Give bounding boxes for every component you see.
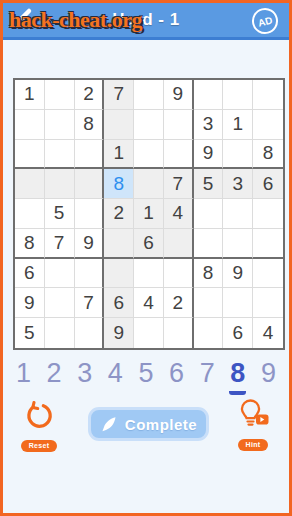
- cell-r5c3[interactable]: [75, 199, 105, 229]
- cell-r5c4[interactable]: 2: [104, 199, 134, 229]
- cell-r6c4[interactable]: [104, 229, 134, 259]
- cell-r1c4[interactable]: 7: [104, 80, 134, 110]
- cell-r6c9[interactable]: [253, 229, 283, 259]
- cell-r2c4[interactable]: [104, 110, 134, 140]
- cell-r7c8[interactable]: 9: [223, 259, 253, 289]
- pad-digit-7[interactable]: 7: [199, 360, 216, 395]
- cell-r4c5[interactable]: [134, 169, 164, 199]
- cell-r1c6[interactable]: 9: [164, 80, 194, 110]
- number-pad: 123456789: [15, 358, 277, 396]
- cell-r5c6[interactable]: 4: [164, 199, 194, 229]
- cell-r9c5[interactable]: [134, 318, 164, 348]
- cell-r6c7[interactable]: [194, 229, 224, 259]
- cell-r4c6[interactable]: 7: [164, 169, 194, 199]
- cell-r8c3[interactable]: 7: [75, 288, 105, 318]
- cell-r2c7[interactable]: 3: [194, 110, 224, 140]
- cell-r3c8[interactable]: [223, 140, 253, 170]
- cell-r2c9[interactable]: [253, 110, 283, 140]
- cell-r9c3[interactable]: [75, 318, 105, 348]
- cell-r3c3[interactable]: [75, 140, 105, 170]
- cell-r4c4[interactable]: 8: [104, 169, 134, 199]
- cell-r6c5[interactable]: 6: [134, 229, 164, 259]
- cell-r7c7[interactable]: 8: [194, 259, 224, 289]
- cell-r8c5[interactable]: 4: [134, 288, 164, 318]
- cell-r4c1[interactable]: [15, 169, 45, 199]
- cell-r6c2[interactable]: 7: [45, 229, 75, 259]
- cell-r3c6[interactable]: [164, 140, 194, 170]
- cell-r8c6[interactable]: 2: [164, 288, 194, 318]
- cell-r6c6[interactable]: [164, 229, 194, 259]
- pad-digit-4[interactable]: 4: [107, 360, 124, 395]
- cell-r5c2[interactable]: 5: [45, 199, 75, 229]
- hint-label-badge: Hint: [238, 439, 269, 451]
- cell-r2c6[interactable]: [164, 110, 194, 140]
- cell-r7c5[interactable]: [134, 259, 164, 289]
- cell-r2c8[interactable]: 1: [223, 110, 253, 140]
- reset-icon: [24, 416, 54, 433]
- ad-button[interactable]: AD: [249, 5, 281, 37]
- pad-digit-2[interactable]: 2: [46, 360, 63, 395]
- cell-r2c5[interactable]: [134, 110, 164, 140]
- cell-r9c6[interactable]: [164, 318, 194, 348]
- cell-r7c4[interactable]: [104, 259, 134, 289]
- cell-r7c1[interactable]: 6: [15, 259, 45, 289]
- cell-r1c8[interactable]: [223, 80, 253, 110]
- cell-r5c1[interactable]: [15, 199, 45, 229]
- cell-r7c9[interactable]: [253, 259, 283, 289]
- ad-icon-label: AD: [257, 14, 274, 28]
- cell-r9c4[interactable]: 9: [104, 318, 134, 348]
- cell-r7c6[interactable]: [164, 259, 194, 289]
- cell-r4c2[interactable]: [45, 169, 75, 199]
- reset-label-badge: Reset: [21, 440, 58, 452]
- cell-r7c2[interactable]: [45, 259, 75, 289]
- cell-r1c9[interactable]: [253, 80, 283, 110]
- cell-r6c8[interactable]: [223, 229, 253, 259]
- pad-digit-6[interactable]: 6: [168, 360, 185, 395]
- page-title: Hard - 1: [112, 10, 179, 30]
- back-button[interactable]: [13, 9, 37, 33]
- cell-r3c5[interactable]: [134, 140, 164, 170]
- cell-r1c2[interactable]: [45, 80, 75, 110]
- cell-r1c1[interactable]: 1: [15, 80, 45, 110]
- cell-r3c7[interactable]: 9: [194, 140, 224, 170]
- cell-r9c7[interactable]: [194, 318, 224, 348]
- cell-r2c3[interactable]: 8: [75, 110, 105, 140]
- complete-button[interactable]: Complete: [88, 407, 209, 441]
- cell-r9c8[interactable]: 6: [223, 318, 253, 348]
- cell-r5c8[interactable]: [223, 199, 253, 229]
- back-chevron-icon: [16, 7, 34, 35]
- cell-r9c9[interactable]: 4: [253, 318, 283, 348]
- pad-digit-3[interactable]: 3: [76, 360, 93, 395]
- cell-r5c9[interactable]: [253, 199, 283, 229]
- cell-r4c7[interactable]: 5: [194, 169, 224, 199]
- sudoku-app-screen: hack-cheat.org Hard - 1 AD 1279831198875…: [0, 0, 292, 516]
- cell-r6c3[interactable]: 9: [75, 229, 105, 259]
- cell-r4c3[interactable]: [75, 169, 105, 199]
- cell-r8c7[interactable]: [194, 288, 224, 318]
- cell-r4c9[interactable]: 6: [253, 169, 283, 199]
- cell-r3c4[interactable]: 1: [104, 140, 134, 170]
- cell-r9c1[interactable]: 5: [15, 318, 45, 348]
- header-bar: Hard - 1 AD: [3, 3, 289, 40]
- cell-r2c2[interactable]: [45, 110, 75, 140]
- pad-digit-8[interactable]: 8: [229, 360, 246, 395]
- cell-r2c1[interactable]: [15, 110, 45, 140]
- hint-bulb-icon: [237, 415, 269, 432]
- pad-digit-9[interactable]: 9: [260, 360, 277, 395]
- cell-r6c1[interactable]: 8: [15, 229, 45, 259]
- cell-r8c8[interactable]: [223, 288, 253, 318]
- cell-r8c1[interactable]: 9: [15, 288, 45, 318]
- cell-r5c7[interactable]: [194, 199, 224, 229]
- cell-r8c2[interactable]: [45, 288, 75, 318]
- cell-r3c1[interactable]: [15, 140, 45, 170]
- pad-digit-5[interactable]: 5: [137, 360, 154, 395]
- cell-r7c3[interactable]: [75, 259, 105, 289]
- feather-icon: [100, 416, 117, 433]
- cell-r3c9[interactable]: 8: [253, 140, 283, 170]
- cell-r8c4[interactable]: 6: [104, 288, 134, 318]
- cell-r4c8[interactable]: 3: [223, 169, 253, 199]
- reset-button[interactable]: Reset: [19, 401, 59, 452]
- hint-button[interactable]: Hint: [229, 398, 277, 451]
- cell-r3c2[interactable]: [45, 140, 75, 170]
- cell-r5c5[interactable]: 1: [134, 199, 164, 229]
- pad-digit-1[interactable]: 1: [15, 360, 32, 395]
- cell-r1c5[interactable]: [134, 80, 164, 110]
- cell-r9c2[interactable]: [45, 318, 75, 348]
- complete-button-label: Complete: [125, 416, 197, 433]
- cell-r8c9[interactable]: [253, 288, 283, 318]
- sudoku-board: 12798311988753652148796689976425964: [13, 78, 285, 350]
- cell-r1c7[interactable]: [194, 80, 224, 110]
- cell-r1c3[interactable]: 2: [75, 80, 105, 110]
